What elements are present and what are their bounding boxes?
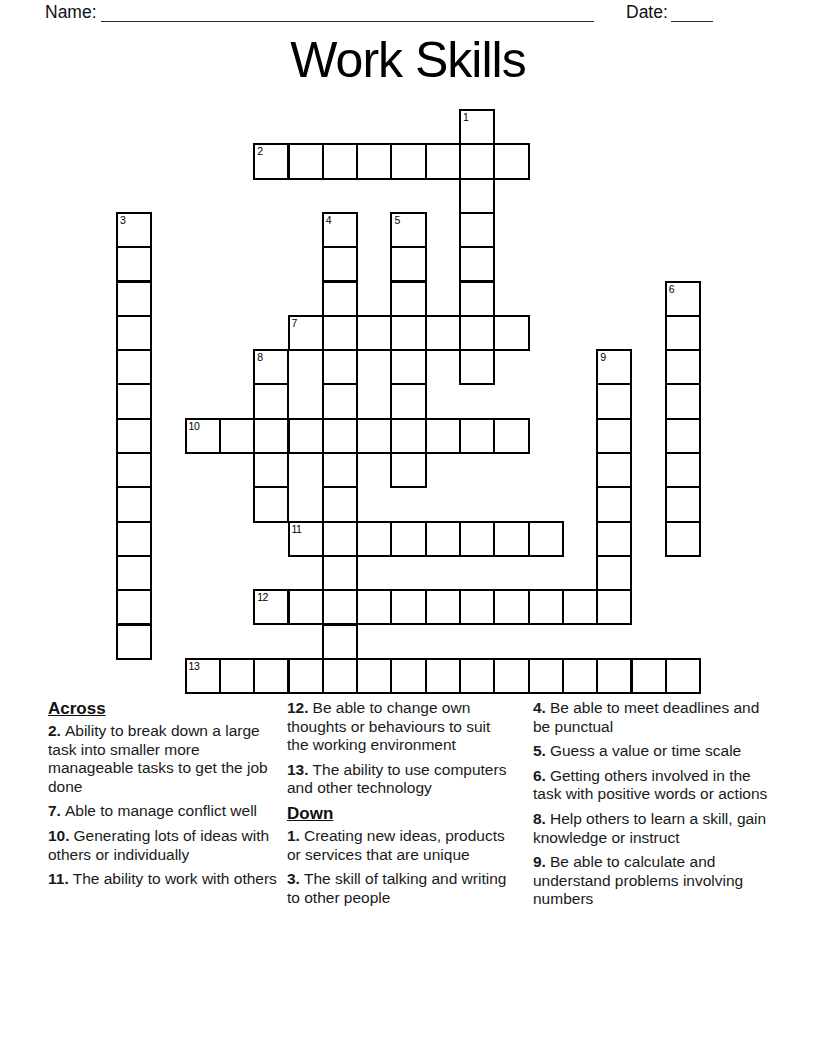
clue-across-7: 7.Able to manage conflict well [48, 802, 286, 821]
clue-text: Be able to meet deadlines and be punctua… [533, 699, 759, 735]
clue-number-label: 13. [287, 761, 309, 778]
clue-text: Getting others involved in the task with… [533, 767, 767, 803]
clue-number-label: 12. [287, 699, 309, 716]
clue-text: Generating lots of ideas with others or … [48, 827, 269, 863]
clue-text: The skill of talking and writing to othe… [287, 870, 506, 906]
clue-column-3: 4.Be able to meet deadlines and be punct… [533, 699, 776, 915]
crossword-worksheet: { "game": "crossword", "title": "Work Sk… [0, 0, 816, 1056]
clue-down-6: 6.Getting others involved in the task wi… [533, 767, 776, 804]
clue-number-label: 4. [533, 699, 546, 716]
clue-text: Be able to calculate and understand prob… [533, 853, 743, 907]
clue-down-8: 8.Help others to learn a skill, gain kno… [533, 810, 776, 847]
down-header: Down [287, 804, 508, 823]
clue-across-13: 13.The ability to use computers and othe… [287, 761, 508, 798]
clue-text: Guess a value or time scale [550, 742, 741, 759]
clue-column-2: 12.Be able to change own thoughts or beh… [287, 699, 508, 913]
clue-number-label: 6. [533, 767, 546, 784]
clue-number-label: 8. [533, 810, 546, 827]
clue-text: Able to manage conflict well [65, 802, 257, 819]
clues-section: Across2.Ability to break down a large ta… [0, 0, 816, 1056]
across-header: Across [48, 699, 286, 718]
clue-across-2: 2.Ability to break down a large task int… [48, 722, 286, 796]
clue-down-9: 9.Be able to calculate and understand pr… [533, 853, 776, 909]
clue-number-label: 11. [48, 870, 69, 887]
clue-down-4: 4.Be able to meet deadlines and be punct… [533, 699, 776, 736]
clue-number-label: 1. [287, 827, 300, 844]
clue-text: Ability to break down a large task into … [48, 722, 268, 795]
clue-column-1: Across2.Ability to break down a large ta… [48, 699, 286, 895]
clue-number-label: 2. [48, 722, 61, 739]
clue-number-label: 5. [533, 742, 546, 759]
clue-text: Creating new ideas, products or services… [287, 827, 505, 863]
clue-across-11: 11.The ability to work with others [48, 870, 286, 889]
clue-down-5: 5.Guess a value or time scale [533, 742, 776, 761]
clue-text: Help others to learn a skill, gain knowl… [533, 810, 766, 846]
clue-number-label: 7. [48, 802, 61, 819]
clue-down-1: 1.Creating new ideas, products or servic… [287, 827, 508, 864]
clue-number-label: 9. [533, 853, 546, 870]
clue-number-label: 10. [48, 827, 70, 844]
clue-number-label: 3. [287, 870, 300, 887]
clue-across-12: 12.Be able to change own thoughts or beh… [287, 699, 508, 755]
clue-text: The ability to use computers and other t… [287, 761, 506, 797]
clue-text: Be able to change own thoughts or behavi… [287, 699, 490, 753]
clue-down-3: 3.The skill of talking and writing to ot… [287, 870, 508, 907]
clue-text: The ability to work with others [73, 870, 277, 887]
clue-across-10: 10.Generating lots of ideas with others … [48, 827, 286, 864]
